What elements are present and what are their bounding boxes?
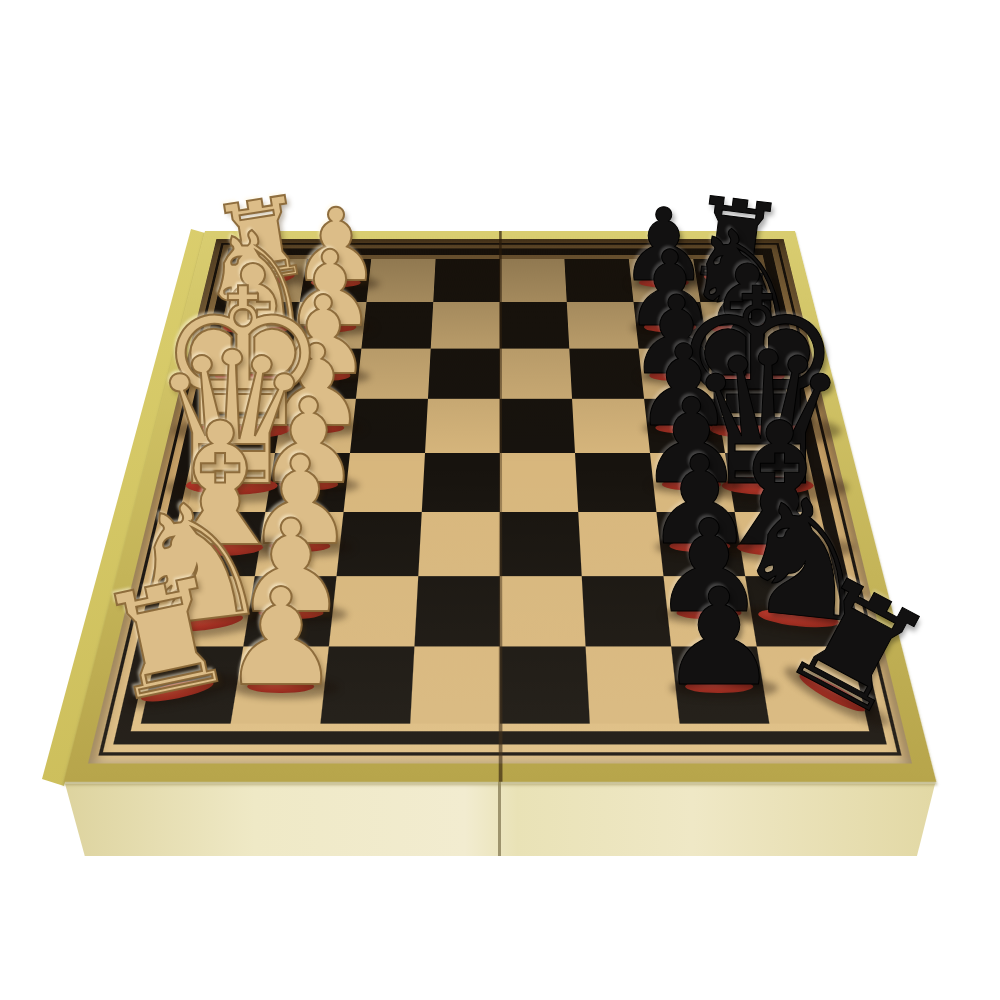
chess-photo-scene: ♜♞♝♛♚♝♞♜♟♟♟♟♟♟♟♟♟♟♟♟♟♟♟♟♜♞♝♛♚♝♞♜ — [0, 0, 1000, 1000]
pieces-layer: ♜♞♝♛♚♝♞♜♟♟♟♟♟♟♟♟♟♟♟♟♟♟♟♟♜♞♝♛♚♝♞♜ — [0, 0, 1000, 1000]
